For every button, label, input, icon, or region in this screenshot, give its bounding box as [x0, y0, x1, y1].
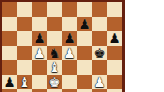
- board-square[interactable]: [92, 89, 107, 92]
- board-square[interactable]: ♟: [32, 46, 47, 61]
- board-square[interactable]: [17, 31, 32, 46]
- board-square[interactable]: [62, 2, 77, 17]
- board-square[interactable]: [107, 60, 122, 75]
- white-pawn: ♟: [63, 45, 75, 60]
- board-square[interactable]: ♟: [2, 75, 17, 90]
- white-pawn: ♟: [33, 45, 45, 60]
- board-square[interactable]: [2, 89, 17, 92]
- chess-board: ♟♟♟♟♟♞♟♚♝♟♝♚♟: [0, 0, 125, 92]
- board-square[interactable]: [32, 75, 47, 90]
- board-square[interactable]: [47, 2, 62, 17]
- board-square[interactable]: ♟: [62, 46, 77, 61]
- board-square[interactable]: ♚: [47, 75, 62, 90]
- board-square[interactable]: [77, 31, 92, 46]
- board-square[interactable]: [77, 89, 92, 92]
- black-pawn: ♟: [108, 31, 120, 46]
- board-square[interactable]: [107, 89, 122, 92]
- black-pawn: ♟: [3, 74, 15, 89]
- board-square[interactable]: [17, 17, 32, 32]
- black-king: ♚: [93, 45, 105, 60]
- black-pawn: ♟: [78, 16, 90, 31]
- board-square[interactable]: [77, 46, 92, 61]
- board-grid: ♟♟♟♟♟♞♟♚♝♟♝♚♟: [2, 2, 122, 92]
- board-square[interactable]: [32, 2, 47, 17]
- board-square[interactable]: [47, 17, 62, 32]
- board-square[interactable]: ♝: [17, 75, 32, 90]
- board-square[interactable]: ♟: [92, 75, 107, 90]
- board-square[interactable]: [47, 89, 62, 92]
- page-background: [125, 0, 164, 92]
- board-square[interactable]: [32, 89, 47, 92]
- board-square[interactable]: [2, 46, 17, 61]
- board-square[interactable]: ♚: [92, 46, 107, 61]
- board-square[interactable]: [62, 60, 77, 75]
- board-square[interactable]: [2, 17, 17, 32]
- board-square[interactable]: [77, 75, 92, 90]
- board-square[interactable]: [92, 17, 107, 32]
- board-square[interactable]: [107, 46, 122, 61]
- board-square[interactable]: [2, 31, 17, 46]
- white-pawn: ♟: [93, 74, 105, 89]
- board-square[interactable]: [77, 60, 92, 75]
- board-square[interactable]: [17, 46, 32, 61]
- board-square[interactable]: [32, 60, 47, 75]
- white-bishop: ♝: [48, 60, 60, 75]
- white-king: ♚: [48, 74, 60, 89]
- black-pawn: ♟: [33, 31, 45, 46]
- board-square[interactable]: [2, 2, 17, 17]
- white-bishop: ♝: [18, 74, 30, 89]
- board-square[interactable]: [92, 2, 107, 17]
- board-square[interactable]: ♟: [107, 31, 122, 46]
- board-square[interactable]: [17, 2, 32, 17]
- board-square[interactable]: [62, 75, 77, 90]
- board-square[interactable]: [107, 2, 122, 17]
- board-square[interactable]: ♟: [77, 17, 92, 32]
- board-square[interactable]: [62, 89, 77, 92]
- screenshot-root: ♟♟♟♟♟♞♟♚♝♟♝♚♟: [0, 0, 164, 92]
- board-square[interactable]: [17, 89, 32, 92]
- black-knight: ♞: [48, 45, 60, 60]
- black-pawn: ♟: [63, 31, 75, 46]
- board-square[interactable]: [107, 75, 122, 90]
